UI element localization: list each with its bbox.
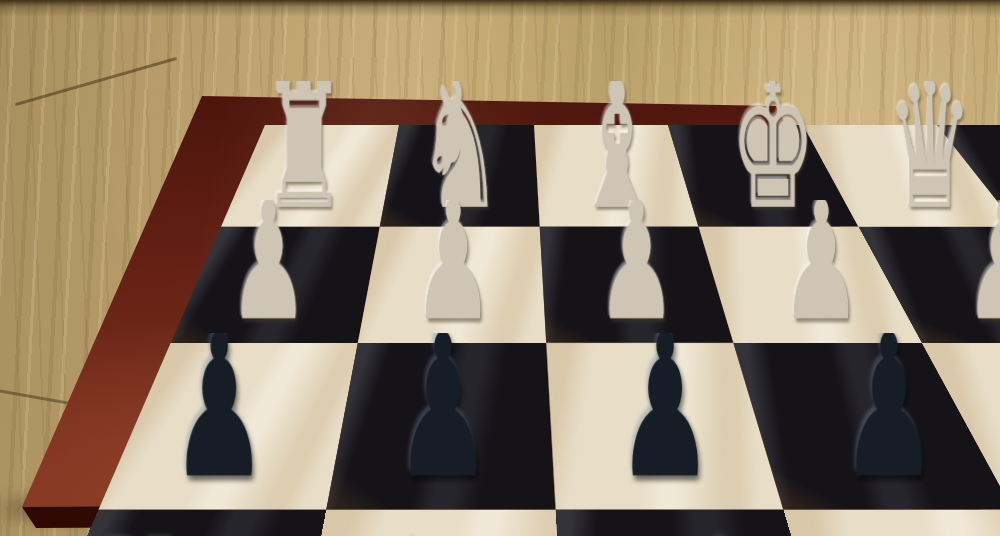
piece-black-pawn[interactable]: ♟ — [171, 332, 269, 481]
piece-black-pawn[interactable]: ♟ — [839, 332, 937, 481]
rank-row-8: ♜♞♝♛♚♝♞♜ — [0, 509, 1000, 536]
piece-black-pawn[interactable]: ♟ — [394, 332, 492, 481]
chessboard-photo: ♜♞♝♚♛♝♞♜♟♟♟♟♟♟♟♟♟♟♟♟♟♟♟♟♜♞♝♛♚♝♞♜ — [0, 0, 1000, 536]
piece-white-pawn[interactable]: ♟ — [964, 200, 1000, 323]
square-h8[interactable]: ♜ — [0, 509, 327, 536]
board-perspective-scene: ♜♞♝♚♛♝♞♜♟♟♟♟♟♟♟♟♟♟♟♟♟♟♟♟♜♞♝♛♚♝♞♜ — [265, 125, 741, 418]
chess-board: ♜♞♝♚♛♝♞♜♟♟♟♟♟♟♟♟♟♟♟♟♟♟♟♟♜♞♝♛♚♝♞♜ — [131, 125, 875, 434]
piece-white-queen[interactable]: ♛ — [887, 81, 973, 212]
piece-black-pawn[interactable]: ♟ — [617, 332, 715, 481]
square-e8[interactable]: ♛ — [784, 509, 1000, 536]
rank-row-7: ♟♟♟♟♟♟♟♟ — [99, 342, 1000, 508]
